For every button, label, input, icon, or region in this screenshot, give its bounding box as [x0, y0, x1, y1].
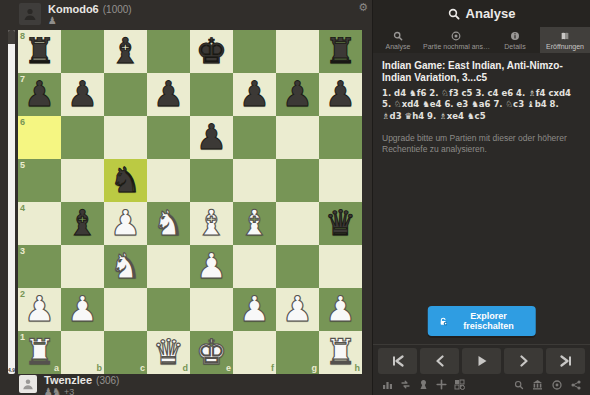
retry-icon[interactable] — [399, 378, 412, 391]
piece-black-pawn[interactable]: ♟ — [319, 73, 362, 116]
square-c6[interactable] — [104, 116, 147, 159]
board-settings-gear-icon[interactable]: ⚙ — [358, 2, 368, 13]
square-g1[interactable]: g — [276, 331, 319, 374]
tab-details[interactable]: Details — [490, 27, 540, 53]
piece-black-pawn[interactable]: ♟ — [276, 73, 319, 116]
panel-title: Analyse — [466, 6, 516, 21]
nav-first-button[interactable] — [378, 348, 417, 374]
piece-white-knight[interactable]: ♞ — [104, 245, 147, 288]
piece-black-pawn[interactable]: ♟ — [61, 73, 104, 116]
piece-white-pawn[interactable]: ♟ — [104, 202, 147, 245]
square-d2[interactable] — [147, 288, 190, 331]
square-h1[interactable]: h♜ — [319, 331, 362, 374]
piece-white-rook[interactable]: ♜ — [319, 331, 362, 374]
square-c8[interactable]: ♝ — [104, 30, 147, 73]
square-c1[interactable]: c — [104, 331, 147, 374]
square-a3[interactable]: 3 — [18, 245, 61, 288]
rank-label: 4 — [20, 204, 25, 213]
piece-black-bishop[interactable]: ♝ — [61, 202, 104, 245]
square-a5[interactable]: 5 — [18, 159, 61, 202]
chess-analysis-app: Komodo6 (1000) ♟ ⚙ 4.9 8♜♝♚♜7♟♟♟♟♟♟6♟5♞4… — [0, 0, 590, 395]
piece-black-king[interactable]: ♚ — [190, 30, 233, 73]
file-label: f — [271, 364, 274, 373]
library-icon[interactable] — [531, 378, 544, 391]
square-h7[interactable]: ♟ — [319, 73, 362, 116]
tab-openings[interactable]: Eröffnungen — [540, 27, 590, 53]
piece-white-bishop[interactable]: ♝ — [190, 202, 233, 245]
file-label: g — [312, 364, 318, 373]
square-c7[interactable] — [104, 73, 147, 116]
piece-black-queen[interactable]: ♛ — [319, 202, 362, 245]
player-top: Komodo6 (1000) ♟ — [19, 3, 132, 26]
square-e5[interactable] — [190, 159, 233, 202]
piece-white-rook[interactable]: ♜ — [18, 331, 61, 374]
magnifier-icon — [448, 8, 460, 20]
piece-white-pawn[interactable]: ♟ — [18, 288, 61, 331]
file-label: c — [140, 364, 145, 373]
analysis-chart-icon[interactable] — [381, 378, 394, 391]
square-h4[interactable]: ♛ — [319, 202, 362, 245]
square-e1[interactable]: e♚ — [190, 331, 233, 374]
square-c3[interactable]: ♞ — [104, 245, 147, 288]
square-f1[interactable]: f — [233, 331, 276, 374]
piece-white-bishop[interactable]: ♝ — [233, 202, 276, 245]
share-icon[interactable] — [569, 378, 582, 391]
captured-by-bottom: ♟♞ +3 — [44, 387, 119, 395]
square-d6[interactable] — [147, 116, 190, 159]
piece-white-pawn[interactable]: ♟ — [61, 288, 104, 331]
player-bottom: Twenzlee (306) ♟♞ +3 — [19, 374, 119, 395]
piece-black-pawn[interactable]: ♟ — [18, 73, 61, 116]
square-a2[interactable]: 2♟ — [18, 288, 61, 331]
player-top-name[interactable]: Komodo6 — [48, 4, 99, 15]
piece-black-pawn[interactable]: ♟ — [190, 116, 233, 159]
square-c5[interactable]: ♞ — [104, 159, 147, 202]
play-icon — [476, 355, 488, 367]
piece-black-pawn[interactable]: ♟ — [233, 73, 276, 116]
file-label: b — [97, 364, 103, 373]
square-d4[interactable]: ♞ — [147, 202, 190, 245]
piece-black-rook[interactable]: ♜ — [18, 30, 61, 73]
player-bottom-name[interactable]: Twenzlee — [44, 375, 92, 386]
piece-white-queen[interactable]: ♛ — [147, 331, 190, 374]
piece-black-bishop[interactable]: ♝ — [104, 30, 147, 73]
review-icon — [451, 31, 461, 41]
divider — [373, 344, 590, 345]
square-d1[interactable]: d♛ — [147, 331, 190, 374]
square-f4[interactable]: ♝ — [233, 202, 276, 245]
square-a7[interactable]: 7♟ — [18, 73, 61, 116]
square-b8[interactable] — [61, 30, 104, 73]
move-navigation — [378, 348, 585, 374]
square-a4[interactable]: 4 — [18, 202, 61, 245]
square-g8[interactable] — [276, 30, 319, 73]
captured-by-top: ♟ — [48, 16, 132, 26]
square-h6[interactable] — [319, 116, 362, 159]
nav-last-button[interactable] — [546, 348, 585, 374]
square-b6[interactable] — [61, 116, 104, 159]
board-options-icon[interactable] — [453, 378, 466, 391]
openings-content: Indian Game: East Indian, Anti-Nimzo-Ind… — [373, 53, 590, 156]
avatar[interactable] — [19, 375, 37, 393]
square-e2[interactable] — [190, 288, 233, 331]
square-a8[interactable]: 8♜ — [18, 30, 61, 73]
skip-start-icon — [391, 355, 405, 367]
piece-black-knight[interactable]: ♞ — [104, 159, 147, 202]
square-a6[interactable]: 6 — [18, 116, 61, 159]
square-f3[interactable] — [233, 245, 276, 288]
nav-play-button[interactable] — [462, 348, 501, 374]
square-c4[interactable]: ♟ — [104, 202, 147, 245]
piece-white-pawn[interactable]: ♟ — [319, 288, 362, 331]
upgrade-note: Upgrade bitte um Partien mit dieser oder… — [382, 133, 581, 155]
eval-black-section — [8, 30, 15, 44]
square-d3[interactable] — [147, 245, 190, 288]
square-h5[interactable] — [319, 159, 362, 202]
tab-game-review[interactable]: Partie nochmal ans… — [423, 27, 490, 53]
analysis-panel: Analyse Analyse Partie nochmal ans… — [372, 0, 590, 395]
square-e6[interactable]: ♟ — [190, 116, 233, 159]
magnifier-icon — [393, 31, 403, 41]
square-e8[interactable]: ♚ — [190, 30, 233, 73]
square-d8[interactable] — [147, 30, 190, 73]
piece-black-pawn[interactable]: ♟ — [147, 73, 190, 116]
eval-bar: 4.9 — [8, 30, 15, 374]
player-top-rating: (1000) — [103, 5, 132, 15]
square-g4[interactable] — [276, 202, 319, 245]
square-g3[interactable] — [276, 245, 319, 288]
square-d5[interactable] — [147, 159, 190, 202]
zoom-icon[interactable] — [512, 378, 525, 391]
square-b1[interactable]: b — [61, 331, 104, 374]
piece-white-pawn[interactable]: ♟ — [190, 245, 233, 288]
unlock-icon — [438, 316, 447, 327]
nav-previous-button[interactable] — [420, 348, 459, 374]
square-h8[interactable]: ♜ — [319, 30, 362, 73]
square-g7[interactable]: ♟ — [276, 73, 319, 116]
panel-tabs: Analyse Partie nochmal ans… Details — [373, 27, 590, 53]
square-b4[interactable]: ♝ — [61, 202, 104, 245]
eval-value: 4.9 — [8, 367, 15, 373]
square-f2[interactable]: ♟ — [233, 288, 276, 331]
square-d7[interactable]: ♟ — [147, 73, 190, 116]
avatar[interactable] — [19, 3, 41, 25]
skip-end-icon — [559, 355, 573, 367]
opening-name: Indian Game: East Indian, Anti-Nimzo-Ind… — [382, 60, 581, 84]
explorer-unlock-button[interactable]: Explorer freischalten — [427, 306, 536, 336]
square-a1[interactable]: 1a♜ — [18, 331, 61, 374]
tab-analyse[interactable]: Analyse — [373, 27, 423, 53]
board-pane: Komodo6 (1000) ♟ ⚙ 4.9 8♜♝♚♜7♟♟♟♟♟♟6♟5♞4… — [0, 0, 372, 395]
piece-white-pawn[interactable]: ♟ — [276, 288, 319, 331]
square-f7[interactable]: ♟ — [233, 73, 276, 116]
nav-next-button[interactable] — [504, 348, 543, 374]
person-icon — [21, 377, 35, 391]
add-icon[interactable] — [435, 378, 448, 391]
square-h2[interactable]: ♟ — [319, 288, 362, 331]
square-b3[interactable] — [61, 245, 104, 288]
square-g5[interactable] — [276, 159, 319, 202]
info-icon — [510, 31, 520, 41]
square-f8[interactable] — [233, 30, 276, 73]
piece-white-king[interactable]: ♚ — [190, 331, 233, 374]
pieces-icon[interactable] — [417, 378, 430, 391]
player-bottom-rating: (306) — [96, 376, 119, 386]
square-b5[interactable] — [61, 159, 104, 202]
rank-label: 5 — [20, 161, 25, 170]
settings-disc-icon[interactable] — [550, 378, 563, 391]
book-icon — [560, 31, 570, 41]
piece-white-knight[interactable]: ♞ — [147, 202, 190, 245]
chevron-left-icon — [434, 355, 446, 367]
square-f6[interactable] — [233, 116, 276, 159]
piece-white-pawn[interactable]: ♟ — [233, 288, 276, 331]
square-e7[interactable] — [190, 73, 233, 116]
piece-black-rook[interactable]: ♜ — [319, 30, 362, 73]
square-f5[interactable] — [233, 159, 276, 202]
square-b7[interactable]: ♟ — [61, 73, 104, 116]
square-c2[interactable] — [104, 288, 147, 331]
moves-list[interactable]: 1. d4 ♞f6 2. ♘f3 c5 3. c4 e6 4. ♗f4 cxd4… — [382, 88, 581, 122]
rank-label: 3 — [20, 247, 25, 256]
square-e3[interactable]: ♟ — [190, 245, 233, 288]
rank-label: 6 — [20, 118, 25, 127]
person-icon — [22, 6, 38, 22]
square-e4[interactable]: ♝ — [190, 202, 233, 245]
square-g6[interactable] — [276, 116, 319, 159]
chevron-right-icon — [518, 355, 530, 367]
panel-header: Analyse — [373, 0, 590, 27]
panel-footer — [381, 378, 582, 391]
square-b2[interactable]: ♟ — [61, 288, 104, 331]
square-h3[interactable] — [319, 245, 362, 288]
square-g2[interactable]: ♟ — [276, 288, 319, 331]
chess-board: 8♜♝♚♜7♟♟♟♟♟♟6♟5♞4♝♟♞♝♝♛3♞♟2♟♟♟♟♟1a♜bcd♛e… — [18, 30, 362, 374]
